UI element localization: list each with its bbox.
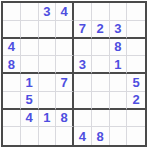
sudoku-cell-r4c4[interactable] [56,56,74,74]
sudoku-cell-r2c6[interactable]: 2 [92,21,110,39]
sudoku-cell-r7c2[interactable]: 4 [21,110,39,128]
sudoku-cell-r3c2[interactable] [21,39,39,57]
sudoku-cell-r4c8[interactable] [127,56,145,74]
sudoku-cell-r3c4[interactable] [56,39,74,57]
sudoku-cell-r5c4[interactable]: 7 [56,74,74,92]
sudoku-cell-r8c2[interactable] [21,127,39,145]
sudoku-cell-r8c7[interactable] [110,127,128,145]
sudoku-cell-r5c7[interactable] [110,74,128,92]
sudoku-cell-r7c1[interactable] [3,110,21,128]
sudoku-cell-r4c7[interactable]: 1 [110,56,128,74]
sudoku-cell-r8c6[interactable]: 8 [92,127,110,145]
sudoku-cell-r7c8[interactable] [127,110,145,128]
sudoku-board: 34723488311755241848 [1,1,147,147]
sudoku-cell-r6c1[interactable] [3,92,21,110]
sudoku-cell-r8c1[interactable] [3,127,21,145]
sudoku-cell-r1c6[interactable] [92,3,110,21]
sudoku-cell-r1c5[interactable] [74,3,92,21]
sudoku-cell-r2c2[interactable] [21,21,39,39]
sudoku-cell-r2c5[interactable]: 7 [74,21,92,39]
sudoku-cell-r6c5[interactable] [74,92,92,110]
sudoku-cell-r4c6[interactable] [92,56,110,74]
sudoku-cell-r5c5[interactable] [74,74,92,92]
sudoku-cell-r6c6[interactable] [92,92,110,110]
sudoku-cell-r3c1[interactable]: 4 [3,39,21,57]
sudoku-cell-r1c1[interactable] [3,3,21,21]
sudoku-cell-r6c8[interactable]: 2 [127,92,145,110]
sudoku-cell-r1c2[interactable] [21,3,39,21]
sudoku-cell-r6c2[interactable]: 5 [21,92,39,110]
sudoku-cell-r6c3[interactable] [39,92,57,110]
sudoku-cell-r4c5[interactable]: 3 [74,56,92,74]
sudoku-cell-r1c8[interactable] [127,3,145,21]
sudoku-cell-r6c4[interactable] [56,92,74,110]
sudoku-cell-r7c6[interactable] [92,110,110,128]
sudoku-cell-r3c3[interactable] [39,39,57,57]
sudoku-cell-r5c1[interactable] [3,74,21,92]
sudoku-cell-r2c4[interactable] [56,21,74,39]
sudoku-cell-r1c7[interactable] [110,3,128,21]
sudoku-cell-r8c5[interactable]: 4 [74,127,92,145]
sudoku-cell-r6c7[interactable] [110,92,128,110]
sudoku-cell-r5c8[interactable]: 5 [127,74,145,92]
sudoku-cell-r4c1[interactable]: 8 [3,56,21,74]
sudoku-cell-r3c8[interactable] [127,39,145,57]
sudoku-cell-r7c4[interactable]: 8 [56,110,74,128]
sudoku-cell-r8c4[interactable] [56,127,74,145]
sudoku-cell-r2c7[interactable]: 3 [110,21,128,39]
sudoku-cell-r4c2[interactable] [21,56,39,74]
sudoku-cell-r7c7[interactable] [110,110,128,128]
sudoku-cell-r5c6[interactable] [92,74,110,92]
sudoku-cell-r3c5[interactable] [74,39,92,57]
sudoku-cell-r8c8[interactable] [127,127,145,145]
sudoku-cell-r2c8[interactable] [127,21,145,39]
sudoku-cell-r2c1[interactable] [3,21,21,39]
sudoku-cell-r5c3[interactable] [39,74,57,92]
sudoku-cell-r3c6[interactable] [92,39,110,57]
sudoku-cell-r3c7[interactable]: 8 [110,39,128,57]
sudoku-cell-r1c4[interactable]: 4 [56,3,74,21]
sudoku-cell-r7c5[interactable] [74,110,92,128]
sudoku-cell-r8c3[interactable] [39,127,57,145]
sudoku-cell-r7c3[interactable]: 1 [39,110,57,128]
sudoku-cell-r4c3[interactable] [39,56,57,74]
sudoku-cell-r1c3[interactable]: 3 [39,3,57,21]
sudoku-cell-r5c2[interactable]: 1 [21,74,39,92]
sudoku-cell-r2c3[interactable] [39,21,57,39]
